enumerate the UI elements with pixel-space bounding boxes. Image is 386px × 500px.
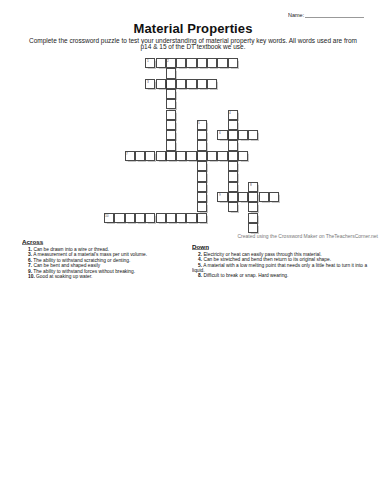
crossword-cell[interactable] xyxy=(228,202,238,212)
name-row: Name: xyxy=(288,12,386,18)
crossword-cell[interactable] xyxy=(197,182,207,192)
cell-clue-number: 3 xyxy=(147,80,149,83)
clue-number: 5. xyxy=(198,261,202,267)
crossword-cell[interactable] xyxy=(197,140,207,150)
across-clues-section: Across 1. Can be drawn into a wire or th… xyxy=(22,238,190,279)
crossword-cell[interactable] xyxy=(197,79,207,89)
crossword-cell[interactable] xyxy=(228,192,238,202)
crossword-cell[interactable] xyxy=(176,213,186,223)
crossword-cell[interactable] xyxy=(125,213,135,223)
crossword-cell[interactable] xyxy=(248,192,258,202)
worksheet-page: Name: Material Properties Complete the c… xyxy=(0,0,386,500)
cell-clue-number: 8 xyxy=(250,183,252,186)
crossword-cell[interactable] xyxy=(166,140,176,150)
clue-number: 2. xyxy=(198,251,202,257)
crossword-cell[interactable]: 4 xyxy=(228,110,238,120)
crossword-cell[interactable]: 6 xyxy=(217,130,227,140)
cell-clue-number: 1 xyxy=(147,59,149,62)
down-clues-section: Down 2. Electricity or heat can easily p… xyxy=(192,243,379,278)
crossword-cell[interactable] xyxy=(166,89,176,99)
crossword-cell[interactable] xyxy=(197,213,207,223)
crossword-cell[interactable] xyxy=(135,151,145,161)
crossword-cell[interactable] xyxy=(145,151,155,161)
crossword-cell[interactable] xyxy=(228,151,238,161)
crossword-cell[interactable] xyxy=(197,171,207,181)
clue-item: 2. Electricity or heat can easily pass t… xyxy=(192,251,379,256)
crossword-cell[interactable] xyxy=(176,151,186,161)
cell-clue-number: 6 xyxy=(219,131,221,134)
across-header: Across xyxy=(22,238,190,245)
crossword-cell[interactable] xyxy=(217,58,227,68)
clue-number: 8. xyxy=(198,272,202,278)
crossword-cell[interactable] xyxy=(166,99,176,109)
crossword-cell[interactable] xyxy=(228,140,238,150)
crossword-cell[interactable] xyxy=(217,151,227,161)
crossword-cell[interactable] xyxy=(248,213,258,223)
crossword-cell[interactable] xyxy=(145,213,155,223)
attribution-text: Created using the Crossword Maker on The… xyxy=(192,233,378,239)
crossword-cell[interactable] xyxy=(197,192,207,202)
crossword-cell[interactable] xyxy=(156,213,166,223)
crossword-cell[interactable] xyxy=(197,130,207,140)
cell-clue-number: 2 xyxy=(167,59,169,62)
crossword-cell[interactable] xyxy=(238,151,248,161)
crossword-cell[interactable] xyxy=(228,182,238,192)
crossword-cell[interactable] xyxy=(269,192,279,202)
crossword-cell[interactable] xyxy=(259,192,269,202)
crossword-cell[interactable] xyxy=(248,130,258,140)
crossword-cell[interactable] xyxy=(166,130,176,140)
crossword-cell[interactable]: 9 xyxy=(217,192,227,202)
name-label: Name: xyxy=(288,12,304,18)
crossword-cell[interactable] xyxy=(186,79,196,89)
down-clue-list: 2. Electricity or heat can easily pass t… xyxy=(192,251,379,277)
crossword-cell[interactable] xyxy=(228,161,238,171)
clue-item: 4. Can be stretched and bend then return… xyxy=(192,256,379,261)
crossword-cell[interactable] xyxy=(207,79,217,89)
crossword-cell[interactable] xyxy=(186,58,196,68)
crossword-cell[interactable] xyxy=(228,171,238,181)
crossword-cell[interactable] xyxy=(228,58,238,68)
crossword-cell[interactable] xyxy=(166,213,176,223)
crossword-cell[interactable] xyxy=(166,151,176,161)
instructions: Complete the crossword puzzle to test yo… xyxy=(16,38,370,51)
crossword-cell[interactable] xyxy=(197,151,207,161)
crossword-cell[interactable]: 10 xyxy=(104,213,114,223)
crossword-cell[interactable] xyxy=(186,151,196,161)
crossword-cell[interactable] xyxy=(197,161,207,171)
cell-clue-number: 9 xyxy=(219,193,221,196)
crossword-cell[interactable] xyxy=(176,79,186,89)
crossword-cell[interactable] xyxy=(228,120,238,130)
clue-number: 10. xyxy=(28,273,35,279)
crossword-cell[interactable] xyxy=(238,130,248,140)
crossword-cell[interactable] xyxy=(166,68,176,78)
crossword-cell[interactable]: 3 xyxy=(145,79,155,89)
crossword-cell[interactable] xyxy=(114,213,124,223)
crossword-cell[interactable] xyxy=(207,151,217,161)
crossword-cell[interactable] xyxy=(248,223,258,233)
crossword-cell[interactable] xyxy=(135,213,145,223)
crossword-cell[interactable] xyxy=(176,58,186,68)
crossword-cell[interactable] xyxy=(186,213,196,223)
crossword-cell[interactable]: 7 xyxy=(125,151,135,161)
crossword-cell[interactable]: 5 xyxy=(197,120,207,130)
cell-clue-number: 7 xyxy=(126,152,128,155)
crossword-cell[interactable]: 1 xyxy=(145,58,155,68)
crossword-cell[interactable] xyxy=(197,202,207,212)
crossword-cell[interactable] xyxy=(228,130,238,140)
crossword-cell[interactable] xyxy=(156,79,166,89)
crossword-cell[interactable] xyxy=(166,120,176,130)
cell-clue-number: 5 xyxy=(198,121,200,124)
crossword-grid: 12345678910 xyxy=(104,58,280,234)
name-blank-line[interactable] xyxy=(305,13,364,18)
cell-clue-number: 4 xyxy=(229,111,231,114)
crossword-cell[interactable] xyxy=(166,79,176,89)
crossword-cell[interactable]: 8 xyxy=(248,182,258,192)
crossword-cell[interactable] xyxy=(156,151,166,161)
clue-item: 10. Good at soaking up water. xyxy=(22,274,190,279)
instructions-line-2: p14 & 15 of the DT textbook we use. xyxy=(16,44,370,51)
crossword-cell[interactable] xyxy=(207,58,217,68)
page-title: Material Properties xyxy=(0,21,386,36)
crossword-cell[interactable]: 2 xyxy=(166,58,176,68)
crossword-cell[interactable] xyxy=(197,58,207,68)
clue-number: 4. xyxy=(198,256,202,262)
crossword-cell[interactable] xyxy=(238,192,248,202)
crossword-cell[interactable] xyxy=(156,58,166,68)
across-clue-list: 1. Can be drawn into a wire or thread.3.… xyxy=(22,247,190,279)
down-header: Down xyxy=(192,243,379,250)
crossword-cell[interactable] xyxy=(248,202,258,212)
cell-clue-number: 10 xyxy=(105,214,109,217)
clue-item: 8. Difficult to break or snap. Hard wear… xyxy=(192,272,379,277)
crossword-cell[interactable] xyxy=(166,110,176,120)
clue-item: 5. A material with a low melting point t… xyxy=(192,262,379,272)
